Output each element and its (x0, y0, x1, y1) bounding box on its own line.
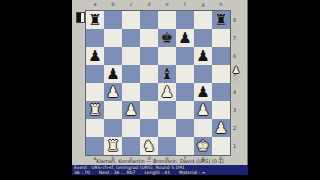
file-label-a: a (86, 1, 104, 8)
square-a4 (86, 83, 104, 101)
rank-labels-right: 87654321 (233, 11, 240, 155)
black-pawn-a6: ♟ (86, 47, 104, 65)
square-c1 (122, 137, 140, 155)
white-king-g1: ♚ (194, 137, 212, 155)
square-h1 (212, 137, 230, 155)
square-b8 (104, 11, 122, 29)
white-rook-a3: ♜ (86, 101, 104, 119)
square-a5 (86, 65, 104, 83)
side-to-move-icon (76, 12, 85, 23)
square-a2 (86, 119, 104, 137)
rank-label-7: 7 (233, 29, 240, 47)
video-frame: abcdefgh ♜♜♚♟♟♟♟♝♟♟♟♜♟♟♟♜♞♚ 87654321 abc… (0, 0, 320, 180)
file-label-e: e (158, 1, 176, 8)
square-f3 (176, 101, 194, 119)
square-f5 (176, 65, 194, 83)
square-e3 (158, 101, 176, 119)
white-pawn-h2: ♟ (212, 119, 230, 137)
file-labels-top: abcdefgh (86, 1, 230, 8)
black-rook-a8: ♜ (86, 11, 104, 29)
square-a8: ♜ (86, 11, 104, 29)
rank-label-1: 1 (233, 137, 240, 155)
square-b1: ♜ (104, 137, 122, 155)
square-e7: ♚ (158, 29, 176, 47)
rank-label-3: 3 (233, 101, 240, 119)
file-label-f: f (176, 1, 194, 8)
square-a6: ♟ (86, 47, 104, 65)
players-caption: Klaman, Konstantin — Bronstein, David (U… (72, 158, 248, 165)
black-pawn-g4: ♟ (194, 83, 212, 101)
square-c8 (122, 11, 140, 29)
square-g2 (194, 119, 212, 137)
square-h3 (212, 101, 230, 119)
white-pawn-e4: ♟ (158, 83, 176, 101)
square-d2 (140, 119, 158, 137)
square-e5: ♝ (158, 65, 176, 83)
square-b7 (104, 29, 122, 47)
square-d3 (140, 101, 158, 119)
square-e8 (158, 11, 176, 29)
square-c6 (122, 47, 140, 65)
file-label-b: b (104, 1, 122, 8)
white-knight-d1: ♞ (140, 137, 158, 155)
square-c4 (122, 83, 140, 101)
square-f1 (176, 137, 194, 155)
square-d8 (140, 11, 158, 29)
square-e6 (158, 47, 176, 65)
square-d1: ♞ (140, 137, 158, 155)
chess-app-frame: abcdefgh ♜♜♚♟♟♟♟♝♟♟♟♜♟♟♟♜♞♚ 87654321 abc… (72, 0, 248, 174)
square-h7 (212, 29, 230, 47)
square-d5 (140, 65, 158, 83)
square-g3: ♟ (194, 101, 212, 119)
square-f2 (176, 119, 194, 137)
white-pawn-g3: ♟ (194, 101, 212, 119)
square-h6 (212, 47, 230, 65)
white-rook-b1: ♜ (104, 137, 122, 155)
black-pawn-f7: ♟ (176, 29, 194, 47)
white-pawn-c3: ♟ (122, 101, 140, 119)
black-king-e7: ♚ (158, 29, 176, 47)
square-d7 (140, 29, 158, 47)
rank-label-2: 2 (233, 119, 240, 137)
rank-label-8: 8 (233, 11, 240, 29)
square-b6 (104, 47, 122, 65)
black-pawn-g6: ♟ (194, 47, 212, 65)
material-tray: ♟ 2 (228, 66, 244, 83)
next-move-info: Next : 36 ... Rb7 (99, 170, 136, 175)
square-f7: ♟ (176, 29, 194, 47)
square-g8 (194, 11, 212, 29)
square-b5: ♟ (104, 65, 122, 83)
file-label-d: d (140, 1, 158, 8)
square-b2 (104, 119, 122, 137)
black-bishop-e5: ♝ (158, 65, 176, 83)
info-line: 36 : 70 Next : 36 ... Rb7 Length : 41 Ma… (74, 170, 246, 175)
square-b3 (104, 101, 122, 119)
rank-label-6: 6 (233, 47, 240, 65)
square-e4: ♟ (158, 83, 176, 101)
black-pawn-b5: ♟ (104, 65, 122, 83)
square-g7 (194, 29, 212, 47)
square-g6: ♟ (194, 47, 212, 65)
square-g4: ♟ (194, 83, 212, 101)
square-f6 (176, 47, 194, 65)
square-h8: ♜ (212, 11, 230, 29)
square-b4: ♟ (104, 83, 122, 101)
square-c7 (122, 29, 140, 47)
square-a1 (86, 137, 104, 155)
material-info: Material : = (179, 170, 205, 175)
square-c3: ♟ (122, 101, 140, 119)
square-g5 (194, 65, 212, 83)
black-rook-h8: ♜ (212, 11, 230, 29)
square-h2: ♟ (212, 119, 230, 137)
square-g1: ♚ (194, 137, 212, 155)
square-a7 (86, 29, 104, 47)
file-label-c: c (122, 1, 140, 8)
white-pawn-b4: ♟ (104, 83, 122, 101)
rank-label-4: 4 (233, 83, 240, 101)
material-count: 2 (228, 75, 244, 83)
file-label-g: g (194, 1, 212, 8)
square-d4 (140, 83, 158, 101)
square-e1 (158, 137, 176, 155)
square-d6 (140, 47, 158, 65)
material-pawn-icon: ♟ (228, 66, 244, 75)
square-a3: ♜ (86, 101, 104, 119)
square-c5 (122, 65, 140, 83)
length-info: Length : 41 (144, 170, 170, 175)
chess-board: ♜♜♚♟♟♟♟♝♟♟♟♜♟♟♟♜♞♚ (86, 11, 230, 155)
square-f4 (176, 83, 194, 101)
square-f8 (176, 11, 194, 29)
square-c2 (122, 119, 140, 137)
clock-info: 36 : 70 (74, 170, 90, 175)
status-bar: Event : URS-ch-sf, Leningrad (URS), Roun… (72, 165, 248, 175)
square-h4 (212, 83, 230, 101)
file-label-h: h (212, 1, 230, 8)
square-e2 (158, 119, 176, 137)
